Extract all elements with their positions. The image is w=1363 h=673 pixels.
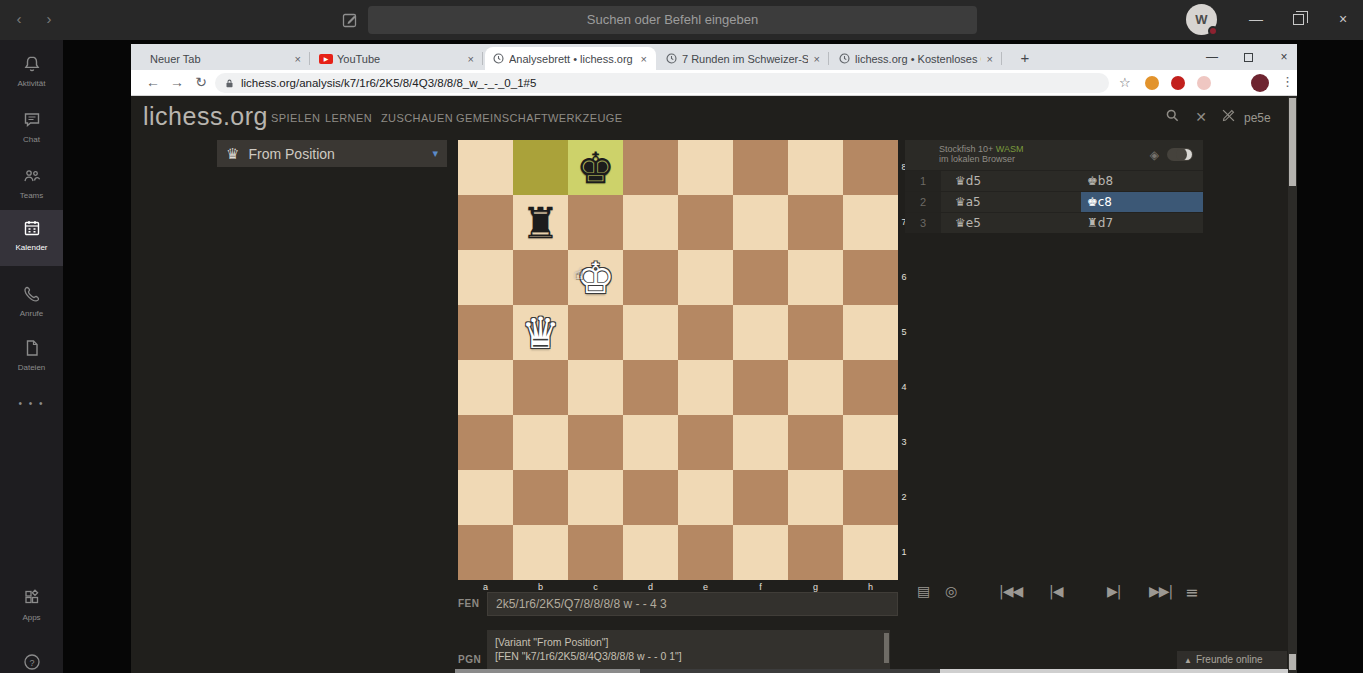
rank-label-5: 5 (898, 305, 910, 360)
move-number: 1 (905, 171, 941, 191)
tab-title: YouTube (337, 53, 462, 65)
file-label-a: a (458, 582, 513, 592)
screen: ‹ › Suchen oder Befehl eingeben W — × Ak… (0, 0, 1363, 673)
sidebar-item-label: Anrufe (0, 309, 63, 318)
file-label-e: e (678, 582, 733, 592)
pgn-line: [Variant "From Position"] (495, 635, 882, 649)
square-e5[interactable] (678, 305, 733, 360)
friends-online-button[interactable]: ▲Freunde online (1177, 651, 1287, 669)
square-h2[interactable] (843, 470, 898, 525)
engine-name: Stockfish 10+ WASM (939, 144, 1203, 154)
file-label-b: b (513, 582, 568, 592)
file-label-d: d (623, 582, 678, 592)
square-a8[interactable] (458, 140, 513, 195)
chat-icon (22, 116, 42, 133)
nav-item-werkzeuge[interactable]: WERKZEUGE (548, 112, 623, 124)
square-h1[interactable] (843, 525, 898, 580)
engine-toggle[interactable] (1167, 148, 1193, 161)
sidebar-item-label: Apps (0, 613, 63, 622)
tab-title: Neuer Tab (150, 53, 289, 65)
square-d7[interactable] (623, 195, 678, 250)
bookmark-star-icon[interactable]: ☆ (1119, 75, 1131, 90)
square-a1[interactable] (458, 525, 513, 580)
compose-icon[interactable] (341, 11, 359, 29)
sidebar-item-dateien[interactable]: Dateien (0, 338, 63, 372)
close-button[interactable]: × (1333, 11, 1353, 27)
square-a4[interactable] (458, 360, 513, 415)
tab-strip: Neuer Tab×▶YouTube×Analysebrett • liches… (131, 44, 1297, 70)
square-b3[interactable] (513, 415, 568, 470)
square-e7[interactable] (678, 195, 733, 250)
square-d1[interactable] (623, 525, 678, 580)
pgn-scrollbar[interactable] (884, 633, 889, 663)
tab-close-icon[interactable]: × (466, 53, 476, 65)
browser-toolbar: ← → ↻ lichess.org/analysis/k7/1r6/2K5/8/… (131, 70, 1297, 96)
apps-icon (22, 594, 42, 611)
tab-title: 7 Runden im Schweizer-System (682, 53, 808, 65)
lichess-header: lichess.org SPIELENLERNENZUSCHAUENGEMEIN… (131, 96, 1288, 138)
white-move[interactable]: ♛e5 (941, 213, 1081, 233)
last-move-button[interactable]: ▶▶| (1149, 583, 1172, 599)
browser-tab[interactable]: ▶YouTube× (312, 47, 483, 70)
black-rook[interactable]: ♜ (513, 195, 568, 250)
square-f3[interactable] (733, 415, 788, 470)
fen-label: FEN (458, 598, 480, 609)
rank-label-4: 4 (898, 360, 910, 415)
white-move[interactable]: ♛a5 (941, 192, 1081, 212)
square-a7[interactable] (458, 195, 513, 250)
scrollbar-thumb[interactable] (1289, 98, 1296, 186)
browser-minimize-button[interactable]: — (1203, 50, 1221, 64)
svg-text:?: ? (29, 658, 34, 668)
file-label-f: f (733, 582, 788, 592)
square-g2[interactable] (788, 470, 843, 525)
nav-item-lernen[interactable]: LERNEN (325, 112, 372, 124)
rank-label-6: 6 (898, 250, 910, 305)
square-c2[interactable] (568, 470, 623, 525)
browser-window: Neuer Tab×▶YouTube×Analysebrett • liches… (131, 44, 1297, 673)
extension-icon[interactable] (1145, 76, 1159, 90)
pgn-textarea[interactable]: [Variant "From Position"][FEN "k7/1r6/2K… (487, 630, 890, 673)
challenge-disabled-icon[interactable] (1219, 108, 1237, 126)
browser-tab[interactable]: Neuer Tab× (139, 47, 310, 70)
engine-settings-icon[interactable]: ◈ (1150, 148, 1159, 162)
square-b6[interactable] (513, 250, 568, 305)
teams-titlebar: ‹ › Suchen oder Befehl eingeben W — × (0, 0, 1363, 40)
teams-search-input[interactable]: Suchen oder Befehl eingeben (368, 6, 977, 34)
square-e4[interactable] (678, 360, 733, 415)
square-a5[interactable] (458, 305, 513, 360)
square-b5[interactable]: ♛ (513, 305, 568, 360)
engine-move-row: 1♛d5♚b8 (905, 170, 1203, 191)
youtube-favicon: ▶ (319, 54, 333, 64)
square-b1[interactable] (513, 525, 568, 580)
url-text: lichess.org/analysis/k7/1r6/2K5/8/4Q3/8/… (241, 77, 536, 89)
pgn-label: PGN (458, 654, 481, 665)
scrollbar-bottom (1289, 654, 1296, 670)
calendar-icon (22, 224, 42, 241)
black-move[interactable]: ♜d7 (1081, 213, 1203, 233)
square-g6[interactable] (788, 250, 843, 305)
black-move-active[interactable]: ♚c8 (1081, 192, 1203, 212)
square-d2[interactable] (623, 470, 678, 525)
rank-label-1: 1 (898, 525, 910, 580)
square-e1[interactable] (678, 525, 733, 580)
browser-tab[interactable]: 7 Runden im Schweizer-System× (658, 47, 829, 70)
opening-book-icon[interactable]: ▤ (917, 583, 930, 599)
sidebar-item-label: Chat (0, 135, 63, 144)
friends-label: Freunde online (1196, 654, 1263, 665)
move-number: 3 (905, 213, 941, 233)
user-avatar[interactable]: W (1186, 4, 1217, 35)
tab-close-icon[interactable]: × (985, 53, 995, 65)
background-gap (63, 40, 131, 673)
square-f7[interactable] (733, 195, 788, 250)
clock-favicon (492, 52, 505, 65)
rank-label-3: 3 (898, 415, 910, 470)
sidebar-item-teams[interactable]: Teams (0, 166, 63, 200)
people-icon (22, 172, 42, 189)
nav-item-gemeinschaft[interactable]: GEMEINSCHAFT (456, 112, 548, 124)
phone-icon (22, 290, 42, 307)
browser-maximize-button[interactable] (1244, 53, 1253, 62)
square-f4[interactable] (733, 360, 788, 415)
extension-icon[interactable] (1197, 76, 1211, 90)
square-a6[interactable] (458, 250, 513, 305)
sidebar-item-label: Aktivität (0, 79, 63, 88)
variant-select[interactable]: ♛ From Position ▾ (217, 140, 447, 167)
square-d6[interactable] (623, 250, 678, 305)
sidebar-item-help[interactable]: ? (0, 652, 63, 673)
square-b7[interactable]: ♜ (513, 195, 568, 250)
square-d3[interactable] (623, 415, 678, 470)
white-queen[interactable]: ♛ (513, 305, 568, 360)
sidebar-item-kalender[interactable]: Kalender (0, 210, 63, 266)
white-move[interactable]: ♛d5 (941, 171, 1081, 191)
previous-move-button[interactable]: |◀ (1049, 583, 1062, 599)
tab-close-icon[interactable]: × (812, 53, 822, 65)
square-g1[interactable] (788, 525, 843, 580)
maximize-button[interactable] (1293, 14, 1304, 25)
file-label-h: h (843, 582, 898, 592)
bell-icon (22, 60, 42, 77)
close-analysis-icon[interactable]: ✕ (1192, 109, 1210, 127)
file-label-c: c (568, 582, 623, 592)
username[interactable]: pe5e (1244, 111, 1271, 125)
black-king[interactable]: ♚ (568, 140, 623, 195)
forward-icon[interactable]: › (40, 10, 58, 27)
background-gap (1297, 40, 1363, 673)
chess-board: ☝ ♚♜♚♛ (458, 140, 898, 580)
nav-item-zuschauen[interactable]: ZUSCHAUEN (381, 112, 453, 124)
browser-forward-icon[interactable]: → (167, 74, 187, 90)
square-g5[interactable] (788, 305, 843, 360)
square-g7[interactable] (788, 195, 843, 250)
square-d4[interactable] (623, 360, 678, 415)
square-g4[interactable] (788, 360, 843, 415)
engine-move-row: 3♛e5♜d7 (905, 212, 1203, 233)
menu-icon[interactable]: ≡ (1185, 583, 1198, 602)
square-b2[interactable] (513, 470, 568, 525)
square-h3[interactable] (843, 415, 898, 470)
minimize-button[interactable]: — (1246, 11, 1266, 27)
square-f2[interactable] (733, 470, 788, 525)
variant-label: From Position (248, 146, 432, 162)
square-a3[interactable] (458, 415, 513, 470)
browser-profile-avatar[interactable] (1251, 74, 1269, 92)
square-d5[interactable] (623, 305, 678, 360)
file-label-g: g (788, 582, 843, 592)
square-g3[interactable] (788, 415, 843, 470)
square-f5[interactable] (733, 305, 788, 360)
sidebar-item-label: Kalender (0, 243, 63, 252)
nav-item-spielen[interactable]: SPIELEN (271, 112, 320, 124)
square-h7[interactable] (843, 195, 898, 250)
square-a2[interactable] (458, 470, 513, 525)
queen-icon: ♛ (226, 145, 239, 163)
lock-icon (225, 78, 234, 89)
fen-input[interactable] (487, 592, 898, 616)
browser-close-button[interactable]: × (1275, 50, 1293, 64)
sidebar-item-anrufe[interactable]: Anrufe (0, 284, 63, 318)
square-c3[interactable] (568, 415, 623, 470)
engine-move-row: 2♛a5♚c8 (905, 191, 1203, 212)
cursor-hand-icon: ☝ (574, 265, 583, 283)
window-bottom-edge (640, 669, 940, 673)
sidebar-item-aktivität[interactable]: Aktivität (0, 54, 63, 88)
sidebar-item-more[interactable]: • • • (0, 398, 63, 409)
lichess-logo[interactable]: lichess.org (143, 102, 268, 131)
sidebar-item-chat[interactable]: Chat (0, 110, 63, 144)
window-bottom-edge (940, 669, 1288, 673)
tab-title: Analysebrett • lichess.org (509, 53, 635, 65)
window-bottom-edge (455, 669, 640, 673)
square-h6[interactable] (843, 250, 898, 305)
tab-close-icon[interactable]: × (639, 53, 649, 65)
square-f6[interactable] (733, 250, 788, 305)
square-h5[interactable] (843, 305, 898, 360)
square-h4[interactable] (843, 360, 898, 415)
square-c1[interactable] (568, 525, 623, 580)
black-move[interactable]: ♚b8 (1081, 171, 1203, 191)
square-e6[interactable] (678, 250, 733, 305)
clock-favicon (838, 52, 851, 65)
sidebar-item-apps[interactable]: Apps (0, 588, 63, 622)
lichess-page: lichess.org SPIELENLERNENZUSCHAUENGEMEIN… (131, 96, 1297, 673)
practice-target-icon[interactable]: ◎ (945, 583, 957, 599)
file-icon (22, 344, 42, 361)
browser-menu-icon[interactable]: ⋮ (1281, 74, 1294, 89)
square-h8[interactable] (843, 140, 898, 195)
reload-icon[interactable]: ↻ (191, 74, 211, 90)
clock-favicon (665, 52, 678, 65)
square-e2[interactable] (678, 470, 733, 525)
square-c7[interactable] (568, 195, 623, 250)
address-bar[interactable]: lichess.org/analysis/k7/1r6/2K5/8/4Q3/8/… (215, 73, 1109, 93)
square-f8[interactable] (733, 140, 788, 195)
square-e3[interactable] (678, 415, 733, 470)
sidebar-item-label: Dateien (0, 363, 63, 372)
tab-title: lichess.org • Kostenloses Online (855, 53, 981, 65)
browser-tab[interactable]: Analysebrett • lichess.org× (485, 47, 656, 70)
browser-tab[interactable]: lichess.org • Kostenloses Online× (831, 47, 1002, 70)
rank-label-2: 2 (898, 470, 910, 525)
square-c4[interactable] (568, 360, 623, 415)
new-tab-button[interactable]: + (1015, 48, 1035, 68)
tab-close-icon[interactable]: × (293, 53, 303, 65)
first-move-button[interactable]: |◀◀ (999, 583, 1022, 599)
search-icon[interactable] (1163, 108, 1181, 126)
engine-tech: WASM (996, 144, 1024, 154)
sidebar-item-label: Teams (0, 191, 63, 200)
extension-icon[interactable] (1171, 76, 1185, 90)
square-g8[interactable] (788, 140, 843, 195)
square-c5[interactable] (568, 305, 623, 360)
triangle-up-icon: ▲ (1184, 656, 1192, 665)
status-dot (1208, 26, 1218, 36)
pgn-line: [FEN "k7/1r6/2K5/8/4Q3/8/8/8 w - - 0 1"] (495, 649, 882, 663)
square-c8[interactable]: ♚ (568, 140, 623, 195)
teams-sidebar: AktivitätChatTeamsKalenderAnrufeDateien … (0, 40, 63, 673)
next-move-button[interactable]: ▶| (1107, 583, 1120, 599)
page-scrollbar[interactable] (1288, 96, 1297, 673)
square-e8[interactable] (678, 140, 733, 195)
help-icon: ? (22, 658, 42, 673)
square-b8[interactable] (513, 140, 568, 195)
square-d8[interactable] (623, 140, 678, 195)
browser-back-icon[interactable]: ← (143, 74, 163, 90)
square-b4[interactable] (513, 360, 568, 415)
move-number: 2 (905, 192, 941, 212)
engine-header: Stockfish 10+ WASM im lokalen Browser ◈ (905, 140, 1203, 170)
avatar-initial: W (1195, 12, 1207, 27)
back-icon[interactable]: ‹ (10, 10, 28, 27)
engine-panel: Stockfish 10+ WASM im lokalen Browser ◈ … (905, 140, 1203, 233)
engine-location: im lokalen Browser (939, 154, 1203, 164)
chevron-down-icon: ▾ (432, 147, 438, 160)
square-f1[interactable] (733, 525, 788, 580)
